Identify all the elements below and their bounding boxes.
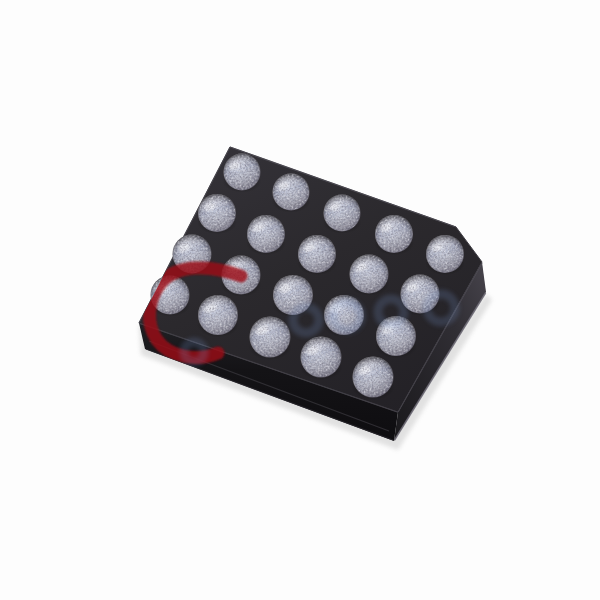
ball-texture-dark <box>324 195 360 231</box>
chip-photo-svg <box>0 0 600 600</box>
ball-texture-dark <box>199 195 236 232</box>
ball-texture-dark <box>353 357 393 397</box>
ball-texture-dark <box>376 216 413 253</box>
ball-texture-dark <box>248 216 285 253</box>
ball-texture-dark <box>224 154 260 190</box>
ball-texture-dark <box>299 236 336 273</box>
ball-texture-dark <box>273 174 309 210</box>
component-photo <box>0 0 600 600</box>
ball-texture-dark <box>199 296 238 335</box>
ball-texture-dark <box>301 337 341 377</box>
